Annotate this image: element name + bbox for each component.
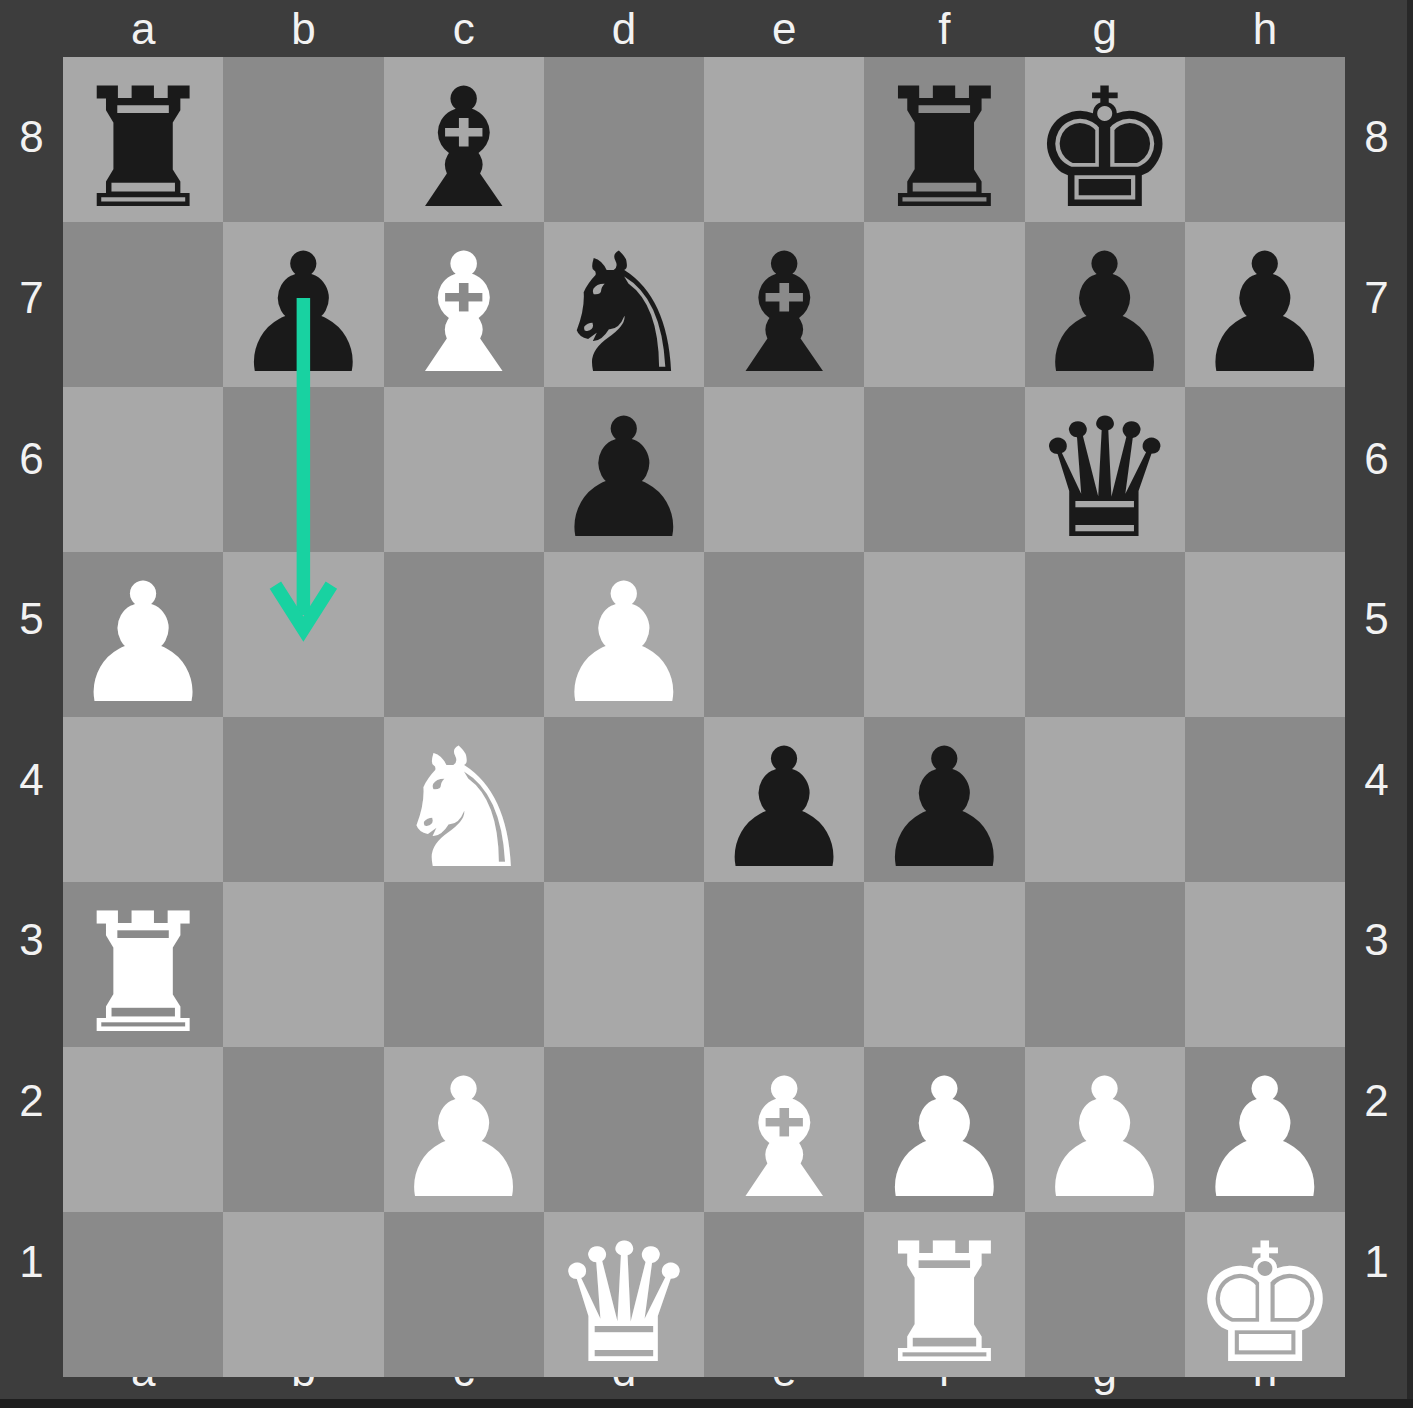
square-b6[interactable] xyxy=(223,387,383,552)
square-f3[interactable] xyxy=(864,882,1024,1047)
square-e5[interactable] xyxy=(704,552,864,717)
square-f5[interactable] xyxy=(864,552,1024,717)
square-d4[interactable] xyxy=(544,717,704,882)
black-rook[interactable]: ♜ xyxy=(870,67,1018,232)
rank-label-right-3: 3 xyxy=(1345,860,1408,1021)
square-a3[interactable]: ♜ xyxy=(63,882,223,1047)
square-a1[interactable] xyxy=(63,1212,223,1377)
square-h8[interactable] xyxy=(1185,57,1345,222)
black-pawn[interactable]: ♟ xyxy=(1031,232,1179,397)
chess-board-frame: a b c d e f g h 8 7 6 5 4 3 2 1 8 7 6 5 … xyxy=(0,0,1413,1408)
square-b1[interactable] xyxy=(223,1212,383,1377)
rank-label-left-6: 6 xyxy=(0,378,63,539)
file-labels-top: a b c d e f g h xyxy=(63,0,1345,57)
square-h4[interactable] xyxy=(1185,717,1345,882)
rank-label-right-4: 4 xyxy=(1345,700,1408,861)
square-a6[interactable] xyxy=(63,387,223,552)
square-a4[interactable] xyxy=(63,717,223,882)
file-label-top-h: h xyxy=(1185,0,1345,57)
square-h3[interactable] xyxy=(1185,882,1345,1047)
square-a8[interactable]: ♜ xyxy=(63,57,223,222)
rank-label-left-3: 3 xyxy=(0,860,63,1021)
square-g6[interactable]: ♛ xyxy=(1025,387,1185,552)
rank-label-left-1: 1 xyxy=(0,1181,63,1342)
file-label-top-d: d xyxy=(544,0,704,57)
square-h2[interactable]: ♟ xyxy=(1185,1047,1345,1212)
square-e4[interactable]: ♟ xyxy=(704,717,864,882)
black-pawn[interactable]: ♟ xyxy=(1191,232,1339,397)
square-e3[interactable] xyxy=(704,882,864,1047)
chess-board: ♜♝♜♚♟♝♞♝♟♟♟♛♟♟♞♟♟♜♟♝♟♟♟♛♜♚ xyxy=(63,57,1345,1342)
white-pawn[interactable]: ♟ xyxy=(69,562,217,727)
frame-shadow-right xyxy=(1407,0,1413,1408)
white-king[interactable]: ♚ xyxy=(1191,1222,1339,1387)
white-pawn[interactable]: ♟ xyxy=(550,562,698,727)
rank-label-right-8: 8 xyxy=(1345,57,1408,218)
black-queen[interactable]: ♛ xyxy=(1031,397,1179,562)
square-d7[interactable]: ♞ xyxy=(544,222,704,387)
rank-label-right-7: 7 xyxy=(1345,218,1408,379)
square-f7[interactable] xyxy=(864,222,1024,387)
square-c8[interactable]: ♝ xyxy=(384,57,544,222)
square-b2[interactable] xyxy=(223,1047,383,1212)
file-label-top-b: b xyxy=(223,0,383,57)
square-e6[interactable] xyxy=(704,387,864,552)
square-h7[interactable]: ♟ xyxy=(1185,222,1345,387)
rank-label-right-5: 5 xyxy=(1345,539,1408,700)
square-e7[interactable]: ♝ xyxy=(704,222,864,387)
square-c7[interactable]: ♝ xyxy=(384,222,544,387)
square-c3[interactable] xyxy=(384,882,544,1047)
black-pawn[interactable]: ♟ xyxy=(229,232,377,397)
rank-label-left-8: 8 xyxy=(0,57,63,218)
black-pawn[interactable]: ♟ xyxy=(550,397,698,562)
square-b3[interactable] xyxy=(223,882,383,1047)
white-pawn[interactable]: ♟ xyxy=(1191,1057,1339,1222)
rank-labels-left: 8 7 6 5 4 3 2 1 xyxy=(0,57,63,1342)
square-d5[interactable]: ♟ xyxy=(544,552,704,717)
rank-label-left-4: 4 xyxy=(0,700,63,861)
white-pawn[interactable]: ♟ xyxy=(390,1057,538,1222)
square-d8[interactable] xyxy=(544,57,704,222)
black-pawn[interactable]: ♟ xyxy=(710,727,858,892)
frame-shadow-bottom xyxy=(0,1399,1413,1408)
rank-label-right-2: 2 xyxy=(1345,1021,1408,1182)
square-f4[interactable]: ♟ xyxy=(864,717,1024,882)
square-g2[interactable]: ♟ xyxy=(1025,1047,1185,1212)
square-b8[interactable] xyxy=(223,57,383,222)
square-g7[interactable]: ♟ xyxy=(1025,222,1185,387)
rank-label-right-6: 6 xyxy=(1345,378,1408,539)
black-pawn[interactable]: ♟ xyxy=(870,727,1018,892)
square-h5[interactable] xyxy=(1185,552,1345,717)
square-e8[interactable] xyxy=(704,57,864,222)
rank-label-right-1: 1 xyxy=(1345,1181,1408,1342)
white-bishop[interactable]: ♝ xyxy=(390,232,538,397)
square-g4[interactable] xyxy=(1025,717,1185,882)
white-rook[interactable]: ♜ xyxy=(69,892,217,1057)
file-label-top-c: c xyxy=(384,0,544,57)
black-rook[interactable]: ♜ xyxy=(69,67,217,232)
square-f6[interactable] xyxy=(864,387,1024,552)
square-b4[interactable] xyxy=(223,717,383,882)
rank-label-left-5: 5 xyxy=(0,539,63,700)
square-a2[interactable] xyxy=(63,1047,223,1212)
white-pawn[interactable]: ♟ xyxy=(1031,1057,1179,1222)
rank-labels-right: 8 7 6 5 4 3 2 1 xyxy=(1345,57,1408,1342)
square-h6[interactable] xyxy=(1185,387,1345,552)
square-c6[interactable] xyxy=(384,387,544,552)
square-c4[interactable]: ♞ xyxy=(384,717,544,882)
white-knight[interactable]: ♞ xyxy=(390,727,538,892)
file-label-top-f: f xyxy=(864,0,1024,57)
black-bishop[interactable]: ♝ xyxy=(710,232,858,397)
black-knight[interactable]: ♞ xyxy=(550,232,698,397)
square-a7[interactable] xyxy=(63,222,223,387)
square-h1[interactable]: ♚ xyxy=(1185,1212,1345,1377)
square-f1[interactable]: ♜ xyxy=(864,1212,1024,1377)
square-a5[interactable]: ♟ xyxy=(63,552,223,717)
square-c1[interactable] xyxy=(384,1212,544,1377)
square-d3[interactable] xyxy=(544,882,704,1047)
white-rook[interactable]: ♜ xyxy=(870,1222,1018,1387)
file-label-top-e: e xyxy=(704,0,864,57)
square-d1[interactable]: ♛ xyxy=(544,1212,704,1377)
square-d2[interactable] xyxy=(544,1047,704,1212)
square-f8[interactable]: ♜ xyxy=(864,57,1024,222)
white-pawn[interactable]: ♟ xyxy=(870,1057,1018,1222)
square-g1[interactable] xyxy=(1025,1212,1185,1377)
black-king[interactable]: ♚ xyxy=(1031,67,1179,232)
square-c5[interactable] xyxy=(384,552,544,717)
square-b5[interactable] xyxy=(223,552,383,717)
white-queen[interactable]: ♛ xyxy=(550,1222,698,1387)
square-c2[interactable]: ♟ xyxy=(384,1047,544,1212)
file-label-top-g: g xyxy=(1025,0,1185,57)
square-e2[interactable]: ♝ xyxy=(704,1047,864,1212)
square-b7[interactable]: ♟ xyxy=(223,222,383,387)
file-label-top-a: a xyxy=(63,0,223,57)
rank-label-left-7: 7 xyxy=(0,218,63,379)
square-f2[interactable]: ♟ xyxy=(864,1047,1024,1212)
square-g5[interactable] xyxy=(1025,552,1185,717)
square-g8[interactable]: ♚ xyxy=(1025,57,1185,222)
square-d6[interactable]: ♟ xyxy=(544,387,704,552)
square-g3[interactable] xyxy=(1025,882,1185,1047)
black-bishop[interactable]: ♝ xyxy=(390,67,538,232)
white-bishop[interactable]: ♝ xyxy=(710,1057,858,1222)
square-e1[interactable] xyxy=(704,1212,864,1377)
rank-label-left-2: 2 xyxy=(0,1021,63,1182)
